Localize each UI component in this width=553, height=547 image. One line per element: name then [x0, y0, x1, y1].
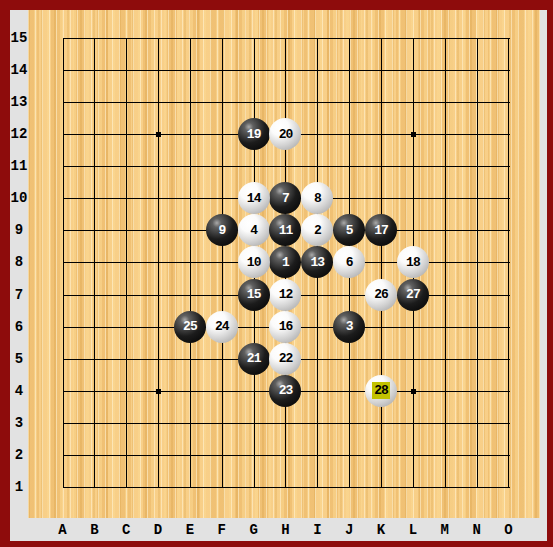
stone-5-black-J9[interactable]: 5 — [333, 214, 365, 246]
stone-25-black-E6[interactable]: 25 — [174, 311, 206, 343]
stone-2-white-I9[interactable]: 2 — [301, 214, 333, 246]
row-label-10: 10 — [11, 191, 28, 205]
stone-9-black-F9[interactable]: 9 — [206, 214, 238, 246]
move-number: 7 — [282, 191, 289, 206]
move-number: 18 — [406, 255, 420, 270]
col-label-J: J — [345, 523, 353, 537]
stone-13-black-I8[interactable]: 13 — [301, 246, 333, 278]
row-label-13: 13 — [11, 95, 28, 109]
col-label-L: L — [409, 523, 417, 537]
move-number: 19 — [247, 127, 261, 142]
col-label-H: H — [281, 523, 289, 537]
star-point-L4 — [411, 389, 416, 394]
grid-line-vertical — [222, 38, 223, 488]
move-number: 2 — [314, 223, 321, 238]
row-label-6: 6 — [15, 320, 23, 334]
move-number: 8 — [314, 191, 321, 206]
col-label-I: I — [313, 523, 321, 537]
move-number: 23 — [279, 383, 293, 398]
grid-line-horizontal — [63, 70, 510, 71]
grid-line-vertical — [381, 38, 382, 488]
stone-8-white-I10[interactable]: 8 — [301, 182, 333, 214]
grid-line-vertical — [94, 38, 95, 488]
move-number: 24 — [215, 319, 229, 334]
stone-1-black-H8[interactable]: 1 — [269, 246, 301, 278]
grid-line-vertical — [126, 38, 127, 488]
star-point-L12 — [411, 132, 416, 137]
grid-line-vertical — [190, 38, 191, 488]
stone-16-white-H6[interactable]: 16 — [269, 311, 301, 343]
move-number: 14 — [247, 191, 261, 206]
col-label-O: O — [504, 523, 512, 537]
row-label-9: 9 — [15, 223, 23, 237]
grid-line-horizontal — [63, 166, 510, 167]
stone-27-black-L7[interactable]: 27 — [397, 279, 429, 311]
stone-22-white-H5[interactable]: 22 — [269, 343, 301, 375]
col-label-A: A — [58, 523, 66, 537]
col-label-K: K — [377, 523, 385, 537]
stone-4-white-G9[interactable]: 4 — [238, 214, 270, 246]
move-number: 11 — [279, 223, 293, 238]
row-label-2: 2 — [15, 448, 23, 462]
col-label-D: D — [154, 523, 162, 537]
grid-line-horizontal — [63, 102, 510, 103]
move-number-last: 28 — [372, 382, 390, 399]
stone-15-black-G7[interactable]: 15 — [238, 279, 270, 311]
col-label-B: B — [90, 523, 98, 537]
col-label-N: N — [472, 523, 480, 537]
stone-17-black-K9[interactable]: 17 — [365, 214, 397, 246]
row-label-1: 1 — [15, 480, 23, 494]
col-label-G: G — [249, 523, 257, 537]
move-number: 12 — [279, 287, 293, 302]
grid-line-vertical — [63, 38, 64, 488]
move-number: 10 — [247, 255, 261, 270]
stone-21-black-G5[interactable]: 21 — [238, 343, 270, 375]
move-number: 20 — [279, 127, 293, 142]
stone-26-white-K7[interactable]: 26 — [365, 279, 397, 311]
row-label-8: 8 — [15, 255, 23, 269]
move-number: 16 — [279, 319, 293, 334]
col-label-M: M — [441, 523, 449, 537]
col-label-C: C — [122, 523, 130, 537]
move-number: 15 — [247, 287, 261, 302]
stone-18-white-L8[interactable]: 18 — [397, 246, 429, 278]
col-label-E: E — [186, 523, 194, 537]
stone-23-black-H4[interactable]: 23 — [269, 375, 301, 407]
move-number: 21 — [247, 351, 261, 366]
gomoku-diagram: 151413121110987654321ABCDEFGHIJKLMNO1234… — [0, 0, 553, 547]
col-label-F: F — [218, 523, 226, 537]
move-number: 25 — [183, 319, 197, 334]
stone-24-white-F6[interactable]: 24 — [206, 311, 238, 343]
move-number: 9 — [218, 223, 225, 238]
move-number: 5 — [346, 223, 353, 238]
row-label-4: 4 — [15, 384, 23, 398]
stone-20-white-H12[interactable]: 20 — [269, 118, 301, 150]
grid-line-horizontal — [63, 455, 510, 456]
move-number: 1 — [282, 255, 289, 270]
stone-6-white-J8[interactable]: 6 — [333, 246, 365, 278]
stone-7-black-H10[interactable]: 7 — [269, 182, 301, 214]
grid-line-vertical — [158, 38, 159, 488]
row-label-12: 12 — [11, 127, 28, 141]
row-label-7: 7 — [15, 288, 23, 302]
stone-3-black-J6[interactable]: 3 — [333, 311, 365, 343]
grid-line-horizontal — [63, 487, 510, 488]
move-number: 3 — [346, 319, 353, 334]
grid-line-vertical — [508, 38, 509, 488]
stone-11-black-H9[interactable]: 11 — [269, 214, 301, 246]
row-label-11: 11 — [11, 159, 28, 173]
move-number: 22 — [279, 351, 293, 366]
row-label-3: 3 — [15, 416, 23, 430]
move-number: 27 — [406, 287, 420, 302]
star-point-D12 — [156, 132, 161, 137]
stone-28-white-K4[interactable]: 28 — [365, 375, 397, 407]
move-number: 4 — [250, 223, 257, 238]
stone-12-white-H7[interactable]: 12 — [269, 279, 301, 311]
move-number: 6 — [346, 255, 353, 270]
stone-14-white-G10[interactable]: 14 — [238, 182, 270, 214]
row-label-5: 5 — [15, 352, 23, 366]
grid-line-horizontal — [63, 38, 510, 39]
move-number: 17 — [374, 223, 388, 238]
move-number: 26 — [374, 287, 388, 302]
stone-10-white-G8[interactable]: 10 — [238, 246, 270, 278]
move-number: 13 — [311, 255, 325, 270]
star-point-D4 — [156, 389, 161, 394]
row-label-15: 15 — [11, 31, 28, 45]
row-label-14: 14 — [11, 63, 28, 77]
grid-line-vertical — [445, 38, 446, 488]
grid-line-horizontal — [63, 423, 510, 424]
grid-line-vertical — [477, 38, 478, 488]
stone-19-black-G12[interactable]: 19 — [238, 118, 270, 150]
